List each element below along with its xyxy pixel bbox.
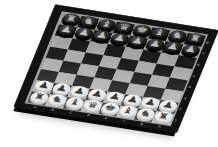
board-frame: ♜♞♝♛♚♝♞♜♟♟♟♟♟♟♟♟♟♟♟♟♟♟♟♟♜♞♝♛♚♝♞♜ abcdefg… [13, 4, 218, 133]
chess-board: ♜♞♝♛♚♝♞♜♟♟♟♟♟♟♟♟♟♟♟♟♟♟♟♟♜♞♝♛♚♝♞♜ abcdefg… [13, 4, 218, 133]
product-photo-background: ♜♞♝♛♚♝♞♜♟♟♟♟♟♟♟♟♟♟♟♟♟♟♟♟♜♞♝♛♚♝♞♜ abcdefg… [0, 0, 218, 147]
